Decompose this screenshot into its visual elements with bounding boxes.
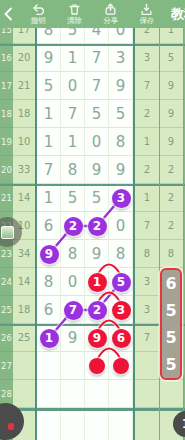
extra-cell-1 bbox=[135, 352, 159, 380]
period-cell: 21 bbox=[0, 184, 13, 212]
highlight-digit: 5 bbox=[162, 324, 180, 351]
extra-cell-1: 8 bbox=[135, 240, 159, 268]
toolbar-button-save[interactable]: 保存 bbox=[139, 3, 154, 25]
digit-cell[interactable]: 0 bbox=[61, 72, 85, 100]
sum-cell: 18 bbox=[13, 296, 35, 324]
record-dot-icon bbox=[8, 423, 14, 430]
extra-cell-2: 2 bbox=[159, 212, 183, 240]
page-number: 1 bbox=[182, 417, 185, 431]
extra-cell-2: 9 bbox=[159, 100, 183, 128]
grid-divider bbox=[0, 408, 185, 411]
digit-cell[interactable]: 1 bbox=[37, 184, 61, 212]
toolbar-label: 清除 bbox=[67, 17, 82, 25]
toolbar-button-share[interactable]: 分享 bbox=[103, 3, 118, 25]
extra-cell-1: 3 bbox=[135, 268, 159, 296]
drawn-circle-mark[interactable]: 7 bbox=[64, 301, 83, 320]
extra-cell-1 bbox=[135, 380, 159, 408]
digit-cell[interactable]: 0 bbox=[109, 212, 133, 240]
digit-cell[interactable]: 1 bbox=[61, 44, 85, 72]
digit-cell[interactable]: 9 bbox=[109, 156, 133, 184]
share-icon bbox=[104, 3, 117, 16]
drawn-circle-mark[interactable]: 9 bbox=[88, 329, 107, 348]
period-cell: 17 bbox=[0, 72, 13, 100]
digit-cell[interactable] bbox=[61, 352, 85, 380]
extra-cell-2 bbox=[159, 380, 183, 408]
digit-cell[interactable]: 6 bbox=[37, 212, 61, 240]
digit-cell[interactable]: 9 bbox=[61, 324, 85, 352]
digit-cell[interactable]: 0 bbox=[109, 28, 133, 44]
toolbar-label: 保存 bbox=[139, 17, 154, 25]
digit-cell[interactable]: 4 bbox=[85, 28, 109, 44]
toolbar: 撤销清除分享保存 教程 bbox=[0, 0, 185, 28]
digit-cell[interactable]: 7 bbox=[85, 44, 109, 72]
digit-cell[interactable]: 1 bbox=[61, 128, 85, 156]
photo-thumbnail-icon bbox=[1, 226, 14, 239]
extra-cell-1: 7 bbox=[135, 212, 159, 240]
digit-cell[interactable]: 5 bbox=[109, 100, 133, 128]
period-cell: 27 bbox=[0, 352, 13, 380]
trash-icon bbox=[68, 3, 81, 16]
drawn-circle-mark[interactable]: 2 bbox=[88, 301, 107, 320]
back-button[interactable] bbox=[2, 6, 14, 22]
period-cell: 26 bbox=[0, 324, 13, 352]
digit-cell[interactable] bbox=[37, 411, 61, 440]
extra-cell-2: 2 bbox=[159, 184, 183, 212]
digit-cell[interactable]: 5 bbox=[37, 72, 61, 100]
extra-cell-2: 5 bbox=[159, 44, 183, 72]
sum-cell: 18 bbox=[13, 100, 35, 128]
drawn-circle-mark[interactable]: 6 bbox=[112, 329, 131, 348]
digit-cell[interactable] bbox=[61, 380, 85, 408]
period-cell: 18 bbox=[0, 100, 13, 128]
extra-cell-2: 9 bbox=[159, 72, 183, 100]
extra-cell-1: 7 bbox=[135, 324, 159, 352]
extra-cell-1: 3 bbox=[135, 296, 159, 324]
digit-cell[interactable]: 5 bbox=[61, 184, 85, 212]
sum-cell: 14 bbox=[13, 268, 35, 296]
highlight-digit: 5 bbox=[162, 297, 180, 324]
digit-cell[interactable]: 5 bbox=[85, 184, 109, 212]
digit-cell[interactable]: 3 bbox=[109, 44, 133, 72]
digit-cell[interactable] bbox=[85, 411, 109, 440]
sum-cell: 17 bbox=[13, 28, 35, 44]
drawn-circle-mark[interactable]: 3 bbox=[112, 189, 131, 208]
sum-cell: 20 bbox=[13, 44, 35, 72]
digit-cell[interactable]: 9 bbox=[85, 156, 109, 184]
sum-cell: 10 bbox=[13, 128, 35, 156]
extra-cell-2: 8 bbox=[159, 240, 183, 268]
extra-cell-1: 1 bbox=[135, 184, 159, 212]
extra-cell-1: 2 bbox=[135, 156, 159, 184]
grid-divider bbox=[0, 184, 185, 186]
digit-cell[interactable]: 7 bbox=[37, 156, 61, 184]
toolbar-buttons: 撤销清除分享保存 bbox=[20, 0, 165, 28]
toolbar-button-undo[interactable]: 撤销 bbox=[31, 3, 46, 25]
toolbar-button-trash[interactable]: 清除 bbox=[67, 3, 82, 25]
save-icon bbox=[140, 3, 153, 16]
period-cell: 20 bbox=[0, 156, 13, 184]
drawn-circle-mark[interactable]: 1 bbox=[88, 273, 107, 292]
digit-cell[interactable]: 8 bbox=[61, 240, 85, 268]
toolbar-label: 分享 bbox=[103, 17, 118, 25]
drawn-dot-mark[interactable] bbox=[113, 358, 129, 374]
drawn-circle-mark[interactable]: 1 bbox=[40, 329, 59, 348]
extra-cell-1: 2 bbox=[135, 28, 159, 44]
grid-border bbox=[35, 28, 37, 440]
digit-cell[interactable] bbox=[61, 411, 85, 440]
drawn-circle-mark[interactable]: 2 bbox=[88, 217, 107, 236]
digit-cell[interactable]: 8 bbox=[109, 128, 133, 156]
extra-cell-1: 1 bbox=[135, 128, 159, 156]
digit-cell[interactable]: 5 bbox=[85, 100, 109, 128]
drawn-dot-mark[interactable] bbox=[89, 358, 105, 374]
grid-border-thin bbox=[183, 28, 184, 440]
sum-cell: 21 bbox=[13, 72, 35, 100]
trend-chart-app: 撤销清除分享保存 教程 6555 1 151785402116209173351… bbox=[0, 0, 185, 440]
period-cell: 24 bbox=[0, 268, 13, 296]
extra-cell-2: 9 bbox=[159, 128, 183, 156]
extra-cell-2: 2 bbox=[159, 156, 183, 184]
sum-cell bbox=[13, 380, 35, 408]
digit-cell[interactable] bbox=[37, 380, 61, 408]
period-cell: 16 bbox=[0, 44, 13, 72]
extra-cell-1 bbox=[135, 411, 159, 440]
digit-cell[interactable]: 7 bbox=[85, 72, 109, 100]
digit-cell[interactable]: 5 bbox=[61, 28, 85, 44]
period-cell: 15 bbox=[0, 28, 13, 44]
digit-cell[interactable] bbox=[109, 411, 133, 440]
grid-border bbox=[133, 28, 135, 440]
sum-cell: 34 bbox=[13, 240, 35, 268]
drawn-circle-mark[interactable]: 9 bbox=[40, 245, 59, 264]
digit-cell[interactable]: 8 bbox=[37, 28, 61, 44]
tutorial-label: 教程 bbox=[171, 5, 185, 23]
period-cell: 19 bbox=[0, 128, 13, 156]
extra-cell-1: 7 bbox=[135, 72, 159, 100]
digit-cell[interactable] bbox=[37, 352, 61, 380]
extra-cell-2: 1 bbox=[159, 28, 183, 44]
digit-cell[interactable]: 8 bbox=[109, 240, 133, 268]
digit-cell[interactable] bbox=[109, 380, 133, 408]
sum-cell: 33 bbox=[13, 156, 35, 184]
sum-cell bbox=[13, 352, 35, 380]
extra-cell-1: 2 bbox=[135, 100, 159, 128]
highlight-column-box[interactable]: 6555 bbox=[160, 268, 182, 380]
digit-cell[interactable]: 1 bbox=[37, 100, 61, 128]
toolbar-label: 撤销 bbox=[31, 17, 46, 25]
sum-cell: 14 bbox=[13, 184, 35, 212]
digit-cell[interactable]: 0 bbox=[61, 268, 85, 296]
digit-cell[interactable]: 9 bbox=[109, 72, 133, 100]
digit-cell[interactable]: 9 bbox=[37, 44, 61, 72]
grid-border-thin bbox=[159, 28, 160, 440]
highlight-digit: 6 bbox=[162, 270, 180, 297]
highlight-digit: 5 bbox=[162, 351, 180, 378]
extra-cell-1: 3 bbox=[135, 44, 159, 72]
digit-cell[interactable]: 1 bbox=[37, 128, 61, 156]
digit-cell[interactable]: 6 bbox=[37, 296, 61, 324]
tutorial-button[interactable]: 教程 bbox=[171, 0, 185, 28]
drawn-circle-mark[interactable]: 2 bbox=[64, 217, 83, 236]
undo-icon bbox=[32, 3, 45, 16]
digit-cell[interactable]: 9 bbox=[85, 240, 109, 268]
digit-cell[interactable]: 8 bbox=[61, 156, 85, 184]
digit-cell[interactable]: 7 bbox=[61, 100, 85, 128]
digit-cell[interactable]: 0 bbox=[85, 128, 109, 156]
digit-cell[interactable]: 8 bbox=[37, 268, 61, 296]
drawn-circle-mark[interactable]: 5 bbox=[112, 273, 131, 292]
grid-divider bbox=[0, 44, 185, 46]
digit-cell[interactable] bbox=[85, 380, 109, 408]
sum-cell: 25 bbox=[13, 324, 35, 352]
period-cell: 25 bbox=[0, 296, 13, 324]
grid-divider bbox=[0, 324, 185, 326]
drawn-circle-mark[interactable]: 3 bbox=[112, 301, 131, 320]
